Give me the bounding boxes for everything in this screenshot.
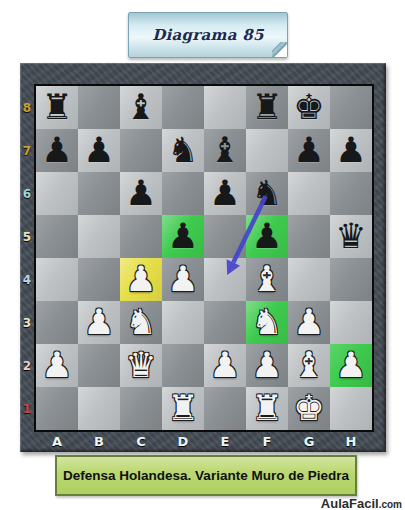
square-e1 [204, 387, 246, 430]
piece-black-bishop: ♝ [209, 129, 240, 172]
square-b6 [78, 172, 120, 215]
square-g8: ♚ [288, 86, 330, 129]
file-label-d: D [162, 432, 204, 451]
plaque-corner-fold [272, 42, 287, 57]
square-e7: ♝ [204, 129, 246, 172]
piece-white-pawn: ♟ [125, 258, 156, 301]
rank-label-1: 1 [20, 387, 34, 430]
piece-black-pawn: ♟ [293, 129, 324, 172]
square-d7: ♞ [162, 129, 204, 172]
chess-board: 87654321 ♜♝♜♚♟♟♞♝♟♟♟♟♞♟♟♛♟♟♝♟♞♞♟♟♛♟♟♝♟♜♜… [20, 63, 386, 452]
square-h1 [330, 387, 372, 430]
square-a6 [36, 172, 78, 215]
square-c7 [120, 129, 162, 172]
watermark-suffix: .com [379, 499, 402, 510]
square-h7: ♟ [330, 129, 372, 172]
caption-banner: Defensa Holandesa. Variante Muro de Pied… [55, 455, 357, 496]
square-a4 [36, 258, 78, 301]
square-e6: ♟ [204, 172, 246, 215]
square-d6 [162, 172, 204, 215]
rank-label-8: 8 [20, 86, 34, 129]
square-a1 [36, 387, 78, 430]
file-label-b: B [78, 432, 120, 451]
piece-white-knight: ♞ [251, 301, 282, 344]
file-label-h: H [330, 432, 372, 451]
square-f1: ♜ [246, 387, 288, 430]
piece-black-knight: ♞ [251, 172, 282, 215]
square-c1 [120, 387, 162, 430]
square-f2: ♟ [246, 344, 288, 387]
piece-white-king: ♚ [293, 387, 324, 430]
piece-black-rook: ♜ [251, 86, 282, 129]
square-d1: ♜ [162, 387, 204, 430]
board-squares: ♜♝♜♚♟♟♞♝♟♟♟♟♞♟♟♛♟♟♝♟♞♞♟♟♛♟♟♝♟♜♜♚ [34, 84, 374, 432]
file-label-g: G [288, 432, 330, 451]
square-a5 [36, 215, 78, 258]
square-d4: ♟ [162, 258, 204, 301]
piece-black-pawn: ♟ [41, 129, 72, 172]
file-label-e: E [204, 432, 246, 451]
piece-black-pawn: ♟ [251, 215, 282, 258]
piece-black-knight: ♞ [167, 129, 198, 172]
file-label-c: C [120, 432, 162, 451]
square-g5 [288, 215, 330, 258]
rank-label-7: 7 [20, 129, 34, 172]
piece-white-rook: ♜ [251, 387, 282, 430]
square-f4: ♝ [246, 258, 288, 301]
square-h5: ♛ [330, 215, 372, 258]
piece-white-pawn: ♟ [83, 301, 114, 344]
watermark: AulaFacil.com [321, 494, 402, 510]
caption-text: Defensa Holandesa. Variante Muro de Pied… [63, 468, 349, 483]
square-g6 [288, 172, 330, 215]
square-d2 [162, 344, 204, 387]
file-label-f: F [246, 432, 288, 451]
rank-label-6: 6 [20, 172, 34, 215]
square-e3 [204, 301, 246, 344]
piece-black-rook: ♜ [41, 86, 72, 129]
square-a7: ♟ [36, 129, 78, 172]
piece-black-queen: ♛ [335, 215, 366, 258]
file-labels: ABCDEFGH [36, 432, 372, 451]
square-b1 [78, 387, 120, 430]
rank-label-3: 3 [20, 301, 34, 344]
square-b4 [78, 258, 120, 301]
piece-black-pawn: ♟ [83, 129, 114, 172]
square-b5 [78, 215, 120, 258]
square-c4: ♟ [120, 258, 162, 301]
piece-white-pawn: ♟ [41, 344, 72, 387]
piece-white-rook: ♜ [167, 387, 198, 430]
rank-label-2: 2 [20, 344, 34, 387]
piece-white-knight: ♞ [125, 301, 156, 344]
square-e2: ♟ [204, 344, 246, 387]
square-e4 [204, 258, 246, 301]
piece-white-bishop: ♝ [293, 344, 324, 387]
piece-black-bishop: ♝ [125, 86, 156, 129]
square-g3: ♟ [288, 301, 330, 344]
piece-black-pawn: ♟ [125, 172, 156, 215]
square-h4 [330, 258, 372, 301]
piece-white-queen: ♛ [125, 344, 156, 387]
file-label-a: A [36, 432, 78, 451]
square-d3 [162, 301, 204, 344]
piece-black-pawn: ♟ [209, 172, 240, 215]
square-b3: ♟ [78, 301, 120, 344]
square-h8 [330, 86, 372, 129]
square-h3 [330, 301, 372, 344]
piece-white-bishop: ♝ [251, 258, 282, 301]
square-f7 [246, 129, 288, 172]
square-g7: ♟ [288, 129, 330, 172]
piece-black-pawn: ♟ [335, 129, 366, 172]
page: Diagrama 85 87654321 ♜♝♜♚♟♟♞♝♟♟♟♟♞♟♟♛♟♟♝… [0, 0, 405, 510]
watermark-brand: AulaFacil [321, 496, 379, 510]
diagram-title-plaque: Diagrama 85 [128, 12, 288, 58]
piece-white-pawn: ♟ [209, 344, 240, 387]
square-g4 [288, 258, 330, 301]
piece-white-pawn: ♟ [293, 301, 324, 344]
diagram-title: Diagrama 85 [152, 26, 264, 44]
rank-label-4: 4 [20, 258, 34, 301]
square-b2 [78, 344, 120, 387]
piece-white-pawn: ♟ [167, 258, 198, 301]
square-g2: ♝ [288, 344, 330, 387]
square-c2: ♛ [120, 344, 162, 387]
square-g1: ♚ [288, 387, 330, 430]
square-f8: ♜ [246, 86, 288, 129]
square-f3: ♞ [246, 301, 288, 344]
square-c8: ♝ [120, 86, 162, 129]
square-h6 [330, 172, 372, 215]
piece-white-pawn: ♟ [335, 344, 366, 387]
square-c6: ♟ [120, 172, 162, 215]
square-c3: ♞ [120, 301, 162, 344]
square-d5: ♟ [162, 215, 204, 258]
piece-black-king: ♚ [293, 86, 324, 129]
square-b8 [78, 86, 120, 129]
square-f5: ♟ [246, 215, 288, 258]
square-a3 [36, 301, 78, 344]
rank-label-5: 5 [20, 215, 34, 258]
piece-white-pawn: ♟ [251, 344, 282, 387]
piece-black-pawn: ♟ [167, 215, 198, 258]
square-a2: ♟ [36, 344, 78, 387]
square-d8 [162, 86, 204, 129]
square-e8 [204, 86, 246, 129]
rank-labels: 87654321 [20, 86, 34, 430]
square-h2: ♟ [330, 344, 372, 387]
square-b7: ♟ [78, 129, 120, 172]
square-a8: ♜ [36, 86, 78, 129]
square-c5 [120, 215, 162, 258]
square-f6: ♞ [246, 172, 288, 215]
square-e5 [204, 215, 246, 258]
